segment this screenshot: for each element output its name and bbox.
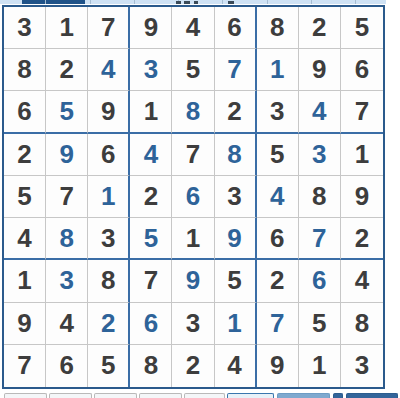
sudoku-cell-r4c2[interactable]: 9 xyxy=(46,134,88,176)
sudoku-cell-r2c9[interactable]: 6 xyxy=(341,49,383,91)
sudoku-cell-r5c9[interactable]: 9 xyxy=(341,176,383,218)
sudoku-cell-r5c3[interactable]: 1 xyxy=(88,176,130,218)
sudoku-cell-r1c2[interactable]: 1 xyxy=(46,7,88,49)
sudoku-cell-r7c9[interactable]: 4 xyxy=(341,260,383,302)
sudoku-cell-r1c5[interactable]: 4 xyxy=(172,7,214,49)
cropped-text-fragment xyxy=(228,1,234,4)
toolbar-separator xyxy=(355,0,356,4)
numpad-button-top[interactable] xyxy=(49,393,92,398)
sudoku-cell-r6c2[interactable]: 8 xyxy=(46,218,88,260)
sudoku-cell-r8c8[interactable]: 5 xyxy=(299,303,341,345)
sudoku-cell-r8c9[interactable]: 8 xyxy=(341,303,383,345)
sudoku-cell-r3c4[interactable]: 1 xyxy=(130,91,172,133)
sudoku-cell-r7c2[interactable]: 3 xyxy=(46,260,88,302)
sudoku-cell-r7c7[interactable]: 2 xyxy=(257,260,299,302)
numpad-button-top[interactable] xyxy=(227,393,274,398)
sudoku-cell-r2c5[interactable]: 5 xyxy=(172,49,214,91)
cropped-top-toolbar xyxy=(0,0,386,4)
sudoku-cell-r4c6[interactable]: 8 xyxy=(215,134,257,176)
sudoku-cell-r4c3[interactable]: 6 xyxy=(88,134,130,176)
sudoku-cell-r9c6[interactable]: 4 xyxy=(215,345,257,387)
sudoku-cell-r3c7[interactable]: 3 xyxy=(257,91,299,133)
sudoku-cell-r3c5[interactable]: 8 xyxy=(172,91,214,133)
sudoku-cell-r1c7[interactable]: 8 xyxy=(257,7,299,49)
sudoku-cell-r5c8[interactable]: 8 xyxy=(299,176,341,218)
sudoku-cell-r9c2[interactable]: 6 xyxy=(46,345,88,387)
sudoku-board: 3179468258243571966591823472964785315712… xyxy=(2,5,385,389)
sudoku-cell-r9c5[interactable]: 2 xyxy=(172,345,214,387)
sudoku-cell-r1c6[interactable]: 6 xyxy=(215,7,257,49)
sudoku-cell-r7c1[interactable]: 1 xyxy=(4,260,46,302)
sudoku-cell-r6c5[interactable]: 1 xyxy=(172,218,214,260)
numpad-button-top[interactable] xyxy=(277,393,330,398)
cropped-bottom-numpad xyxy=(0,392,400,398)
sudoku-cell-r1c1[interactable]: 3 xyxy=(4,7,46,49)
cropped-text-fragment xyxy=(184,1,190,4)
sudoku-cell-r1c8[interactable]: 2 xyxy=(299,7,341,49)
sudoku-cell-r4c1[interactable]: 2 xyxy=(4,134,46,176)
numpad-button-top[interactable] xyxy=(184,393,225,398)
sudoku-cell-r5c5[interactable]: 6 xyxy=(172,176,214,218)
sudoku-cell-r3c3[interactable]: 9 xyxy=(88,91,130,133)
sudoku-cell-r9c7[interactable]: 9 xyxy=(257,345,299,387)
sudoku-cell-r8c5[interactable]: 3 xyxy=(172,303,214,345)
sudoku-cell-r8c3[interactable]: 2 xyxy=(88,303,130,345)
sudoku-cell-r6c9[interactable]: 2 xyxy=(341,218,383,260)
sudoku-cell-r7c4[interactable]: 7 xyxy=(130,260,172,302)
sudoku-cell-r2c6[interactable]: 7 xyxy=(215,49,257,91)
sudoku-cell-r9c3[interactable]: 5 xyxy=(88,345,130,387)
toolbar-separator xyxy=(45,0,46,4)
sudoku-cell-r8c4[interactable]: 6 xyxy=(130,303,172,345)
sudoku-cell-r9c4[interactable]: 8 xyxy=(130,345,172,387)
sudoku-cell-r9c1[interactable]: 7 xyxy=(4,345,46,387)
sudoku-cell-r3c9[interactable]: 7 xyxy=(341,91,383,133)
numpad-button-top[interactable] xyxy=(94,393,137,398)
sudoku-cell-r6c6[interactable]: 9 xyxy=(215,218,257,260)
sudoku-cell-r8c7[interactable]: 7 xyxy=(257,303,299,345)
sudoku-cell-r4c8[interactable]: 3 xyxy=(299,134,341,176)
sudoku-cell-r2c4[interactable]: 3 xyxy=(130,49,172,91)
cropped-text-fragment xyxy=(176,1,181,4)
sudoku-cell-r2c3[interactable]: 4 xyxy=(88,49,130,91)
cropped-text-fragment xyxy=(194,1,198,4)
sudoku-cell-r2c2[interactable]: 2 xyxy=(46,49,88,91)
sudoku-cell-r6c8[interactable]: 7 xyxy=(299,218,341,260)
sudoku-cell-r8c6[interactable]: 1 xyxy=(215,303,257,345)
numpad-button-top[interactable] xyxy=(4,393,47,398)
sudoku-cell-r9c9[interactable]: 3 xyxy=(341,345,383,387)
sudoku-cell-r2c1[interactable]: 8 xyxy=(4,49,46,91)
sudoku-cell-r5c4[interactable]: 2 xyxy=(130,176,172,218)
sudoku-cell-r6c7[interactable]: 6 xyxy=(257,218,299,260)
sudoku-cell-r5c2[interactable]: 7 xyxy=(46,176,88,218)
cropped-toolbar-highlight xyxy=(22,0,85,4)
sudoku-cell-r6c1[interactable]: 4 xyxy=(4,218,46,260)
toolbar-separator xyxy=(90,0,91,4)
numpad-button-top[interactable] xyxy=(346,393,398,398)
sudoku-app-screen: 3179468258243571966591823472964785315712… xyxy=(0,0,400,398)
toolbar-separator xyxy=(222,0,223,4)
toolbar-separator xyxy=(134,0,135,4)
toolbar-separator xyxy=(267,0,268,4)
sudoku-cell-r4c5[interactable]: 7 xyxy=(172,134,214,176)
sudoku-cell-r9c8[interactable]: 1 xyxy=(299,345,341,387)
sudoku-cell-r4c4[interactable]: 4 xyxy=(130,134,172,176)
sudoku-cell-r1c3[interactable]: 7 xyxy=(88,7,130,49)
sudoku-cell-r2c8[interactable]: 9 xyxy=(299,49,341,91)
numpad-button-top[interactable] xyxy=(333,393,343,398)
sudoku-cell-r3c2[interactable]: 5 xyxy=(46,91,88,133)
sudoku-cell-r5c6[interactable]: 3 xyxy=(215,176,257,218)
sudoku-cell-r3c6[interactable]: 2 xyxy=(215,91,257,133)
sudoku-cell-r3c8[interactable]: 4 xyxy=(299,91,341,133)
sudoku-cell-r6c3[interactable]: 3 xyxy=(88,218,130,260)
sudoku-cell-r4c9[interactable]: 1 xyxy=(341,134,383,176)
sudoku-cell-r1c9[interactable]: 5 xyxy=(341,7,383,49)
sudoku-cell-r7c8[interactable]: 6 xyxy=(299,260,341,302)
sudoku-cell-r5c1[interactable]: 5 xyxy=(4,176,46,218)
sudoku-cell-r8c2[interactable]: 4 xyxy=(46,303,88,345)
sudoku-cell-r5c7[interactable]: 4 xyxy=(257,176,299,218)
sudoku-cell-r2c7[interactable]: 1 xyxy=(257,49,299,91)
toolbar-separator xyxy=(311,0,312,4)
sudoku-cell-r1c4[interactable]: 9 xyxy=(130,7,172,49)
sudoku-cell-r7c3[interactable]: 8 xyxy=(88,260,130,302)
sudoku-cell-r4c7[interactable]: 5 xyxy=(257,134,299,176)
sudoku-cell-r7c5[interactable]: 9 xyxy=(172,260,214,302)
sudoku-cell-r3c1[interactable]: 6 xyxy=(4,91,46,133)
sudoku-cell-r8c1[interactable]: 9 xyxy=(4,303,46,345)
sudoku-cell-r7c6[interactable]: 5 xyxy=(215,260,257,302)
numpad-button-top[interactable] xyxy=(139,393,182,398)
sudoku-cell-r6c4[interactable]: 5 xyxy=(130,218,172,260)
